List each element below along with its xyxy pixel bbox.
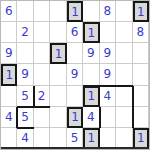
cell-r4c8[interactable] [116, 64, 132, 85]
cell-r6c1[interactable]: 4 [1, 107, 17, 128]
cell-r1c1[interactable]: 6 [1, 1, 17, 22]
given-digit-highlighted: 1 [88, 132, 96, 144]
cell-r7c2[interactable]: 4 [17, 128, 33, 149]
region-border-horizontal [17, 127, 33, 129]
cell-r2c7[interactable] [100, 22, 116, 43]
given-digit: 6 [5, 5, 13, 17]
cell-r6c9[interactable] [133, 107, 149, 128]
given-digit: 5 [21, 111, 29, 123]
given-digit: 4 [87, 111, 95, 123]
cell-r4c5[interactable]: 9 [67, 64, 83, 85]
cell-r4c1[interactable]: 1 [1, 64, 17, 85]
given-digit: 9 [87, 47, 95, 59]
given-digit: 5 [71, 132, 79, 144]
given-digit: 2 [38, 90, 46, 102]
cell-r2c8[interactable] [116, 22, 132, 43]
given-digit: 8 [104, 5, 112, 17]
region-border-vertical [132, 86, 134, 128]
cell-r4c2[interactable]: 9 [17, 64, 33, 85]
cell-r2c6[interactable]: 1 [83, 22, 99, 43]
cell-r7c4[interactable] [50, 128, 66, 149]
cell-r5c1[interactable] [1, 86, 17, 107]
cell-r1c3[interactable] [34, 1, 50, 22]
given-digit-highlighted: 1 [71, 111, 79, 123]
grid-bottom-border [1, 147, 149, 149]
given-digit: 5 [21, 90, 29, 102]
given-digit: 9 [5, 47, 13, 59]
given-digit-highlighted: 1 [88, 90, 96, 102]
cell-r7c8[interactable] [116, 128, 132, 149]
cell-r4c9[interactable] [133, 64, 149, 85]
cell-r2c3[interactable] [34, 22, 50, 43]
cell-r1c8[interactable] [116, 1, 132, 22]
cell-r5c4[interactable] [50, 86, 66, 107]
cell-r5c6[interactable]: 1 [83, 86, 99, 107]
cell-r4c6[interactable] [83, 64, 99, 85]
cell-r7c7[interactable] [100, 128, 116, 149]
given-digit-highlighted: 1 [137, 6, 145, 18]
given-digit: 8 [136, 26, 144, 38]
given-digit: 9 [104, 68, 112, 80]
cell-r5c2[interactable]: 5 [17, 86, 33, 107]
cell-r7c1[interactable] [1, 128, 17, 149]
cell-r1c6[interactable] [83, 1, 99, 22]
cell-r3c7[interactable]: 9 [100, 43, 116, 64]
cell-r6c3[interactable] [34, 107, 50, 128]
cell-r7c6[interactable]: 1 [83, 128, 99, 149]
given-digit-highlighted: 1 [5, 69, 13, 81]
given-digit: 9 [71, 68, 79, 80]
cell-r6c7[interactable] [100, 107, 116, 128]
cell-r5c7[interactable]: 4 [100, 86, 116, 107]
cell-r1c4[interactable] [50, 1, 66, 22]
cell-r4c7[interactable]: 9 [100, 64, 116, 85]
cell-r2c5[interactable]: 6 [67, 22, 83, 43]
given-digit: 9 [21, 68, 29, 80]
given-digit: 4 [21, 132, 29, 144]
given-digit-highlighted: 1 [55, 48, 63, 60]
cell-r5c3[interactable]: 2 [34, 86, 50, 107]
cell-r5c5[interactable] [67, 86, 83, 107]
region-border-vertical [16, 107, 18, 128]
region-border-vertical [99, 107, 101, 128]
cell-r2c2[interactable]: 2 [17, 22, 33, 43]
cell-r3c5[interactable] [67, 43, 83, 64]
cell-r6c4[interactable] [50, 107, 66, 128]
cell-r6c8[interactable] [116, 107, 132, 128]
given-digit: 9 [104, 47, 112, 59]
cell-r5c9[interactable] [133, 86, 149, 107]
cell-r4c4[interactable] [50, 64, 66, 85]
puzzle-board: 6181261891991999521445144511 [0, 0, 150, 150]
cell-r3c2[interactable] [17, 43, 33, 64]
cell-r2c9[interactable]: 8 [133, 22, 149, 43]
given-digit: 4 [5, 111, 13, 123]
cell-r7c9[interactable]: 1 [133, 128, 149, 149]
cell-r6c2[interactable]: 5 [17, 107, 33, 128]
cell-r6c6[interactable]: 4 [83, 107, 99, 128]
given-digit-highlighted: 1 [71, 6, 79, 18]
cell-r1c5[interactable]: 1 [67, 1, 83, 22]
region-border-horizontal [83, 85, 132, 87]
given-digit: 6 [71, 26, 79, 38]
given-digit-highlighted: 1 [137, 132, 145, 144]
cell-r3c1[interactable]: 9 [1, 43, 17, 64]
cell-r3c3[interactable] [34, 43, 50, 64]
cell-r2c1[interactable] [1, 22, 17, 43]
cell-r6c5[interactable]: 1 [67, 107, 83, 128]
given-digit-highlighted: 1 [88, 27, 96, 39]
region-border-vertical [33, 86, 35, 107]
given-digit: 4 [104, 90, 112, 102]
cell-r4c3[interactable] [34, 64, 50, 85]
cell-r7c3[interactable] [34, 128, 50, 149]
cell-r1c9[interactable]: 1 [133, 1, 149, 22]
cell-r1c7[interactable]: 8 [100, 1, 116, 22]
cell-r7c5[interactable]: 5 [67, 128, 83, 149]
given-digit: 2 [21, 26, 29, 38]
cell-r3c6[interactable]: 9 [83, 43, 99, 64]
cell-r5c8[interactable] [116, 86, 132, 107]
cell-r3c4[interactable]: 1 [50, 43, 66, 64]
cell-r3c9[interactable] [133, 43, 149, 64]
cell-r3c8[interactable] [116, 43, 132, 64]
cell-r2c4[interactable] [50, 22, 66, 43]
cell-r1c2[interactable] [17, 1, 33, 22]
